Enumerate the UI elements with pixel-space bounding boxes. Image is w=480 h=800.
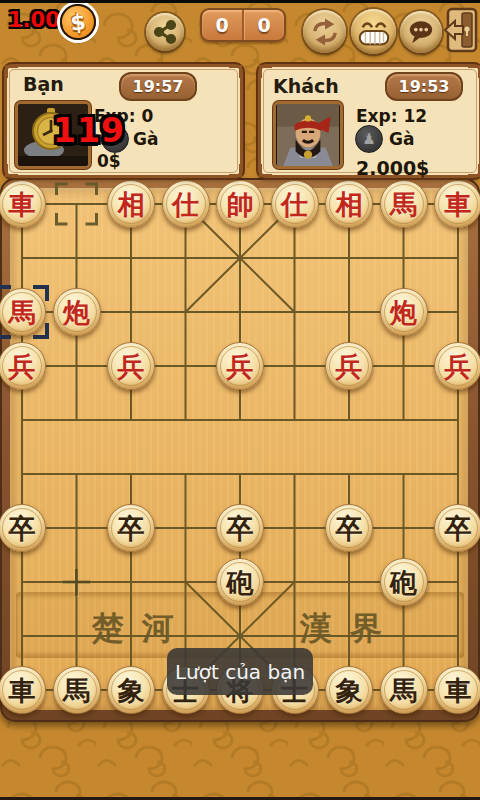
score-right: 0: [244, 14, 284, 36]
player-timer-opponent: 19:53: [385, 72, 463, 101]
piece-black-馬[interactable]: 馬: [53, 666, 101, 714]
rating-badge: 119: [53, 111, 125, 150]
share-button[interactable]: [146, 13, 184, 51]
money-self: 0$: [97, 151, 121, 171]
corner-ornament: [259, 65, 272, 78]
piece-red-車[interactable]: 車: [0, 180, 46, 228]
piece-red-仕[interactable]: 仕: [162, 180, 210, 228]
player-panel-opponent: Khách 19:53 Exp: 12 ♟ Gà 2.000$: [258, 64, 480, 178]
piece-black-卒[interactable]: 卒: [216, 504, 264, 552]
top-bar: 1.000 $ 0 0: [0, 0, 480, 62]
general-portrait-image: [276, 104, 340, 166]
emoji-button[interactable]: [351, 9, 396, 54]
swap-arrows-icon: [308, 15, 342, 49]
piece-red-兵[interactable]: 兵: [0, 342, 46, 390]
piece-red-兵[interactable]: 兵: [434, 342, 480, 390]
corner-ornament: [229, 65, 242, 78]
screen-edge-top: [0, 0, 480, 3]
piece-black-砲[interactable]: 砲: [380, 558, 428, 606]
piece-red-炮[interactable]: 炮: [53, 288, 101, 336]
piece-red-兵[interactable]: 兵: [325, 342, 373, 390]
piece-black-卒[interactable]: 卒: [0, 504, 46, 552]
piece-black-象[interactable]: 象: [325, 666, 373, 714]
ga-unit-icon: ♟: [355, 125, 383, 153]
corner-ornament: [259, 164, 272, 177]
corner-ornament: [468, 65, 480, 78]
turn-toast: Lượt của bạn: [167, 648, 313, 695]
corner-ornament: [5, 65, 18, 78]
corner-ornament: [468, 164, 480, 177]
match-score-box: 0 0: [200, 8, 286, 42]
pawn-glyph: ♟: [362, 132, 375, 147]
piece-red-馬[interactable]: 馬: [0, 288, 46, 336]
player-timer-self: 19:57: [119, 72, 197, 101]
chat-button[interactable]: [400, 11, 442, 53]
grin-emoji-icon: [355, 13, 393, 51]
player-panel-self: Bạn 19:57 Exp: 0 ♟ Gà 119 0$: [4, 64, 243, 178]
corner-ornament: [229, 164, 242, 177]
piece-red-相[interactable]: 相: [107, 180, 155, 228]
piece-red-兵[interactable]: 兵: [107, 342, 155, 390]
piece-black-象[interactable]: 象: [107, 666, 155, 714]
money-opponent: 2.000$: [356, 157, 429, 179]
score-left: 0: [202, 14, 242, 36]
xiangqi-board[interactable]: 楚河 漢界 車相仕帥仕相馬車馬炮炮兵兵兵兵兵卒卒卒卒卒砲砲車馬象士将士象馬車: [0, 178, 480, 722]
piece-black-馬[interactable]: 馬: [380, 666, 428, 714]
piece-black-車[interactable]: 車: [434, 666, 480, 714]
game-screen: 1.000 $ 0 0: [0, 0, 480, 800]
piece-black-卒[interactable]: 卒: [434, 504, 480, 552]
unit-label-self: Gà: [133, 129, 158, 149]
exit-door-icon: [444, 7, 478, 53]
piece-black-卒[interactable]: 卒: [107, 504, 155, 552]
piece-black-車[interactable]: 車: [0, 666, 46, 714]
share-icon: [152, 19, 178, 45]
piece-red-炮[interactable]: 炮: [380, 288, 428, 336]
swap-button[interactable]: [303, 10, 346, 53]
piece-black-砲[interactable]: 砲: [216, 558, 264, 606]
piece-red-仕[interactable]: 仕: [271, 180, 319, 228]
player-name-opponent: Khách: [273, 75, 339, 97]
board-grid: 車相仕帥仕相馬車馬炮炮兵兵兵兵兵卒卒卒卒卒砲砲車馬象士将士象馬車: [0, 177, 480, 717]
piece-red-馬[interactable]: 馬: [380, 180, 428, 228]
piece-red-車[interactable]: 車: [434, 180, 480, 228]
exit-button[interactable]: [444, 7, 478, 57]
piece-red-相[interactable]: 相: [325, 180, 373, 228]
avatar-opponent-general[interactable]: [273, 101, 343, 169]
piece-black-卒[interactable]: 卒: [325, 504, 373, 552]
piece-red-帥[interactable]: 帥: [216, 180, 264, 228]
piece-red-兵[interactable]: 兵: [216, 342, 264, 390]
exp-label-opponent: Exp: 12: [356, 106, 427, 126]
player-name-self: Bạn: [23, 73, 64, 95]
chat-bubble-icon: [405, 16, 437, 48]
unit-label-opponent: Gà: [389, 129, 414, 149]
dollar-symbol: $: [69, 9, 87, 35]
